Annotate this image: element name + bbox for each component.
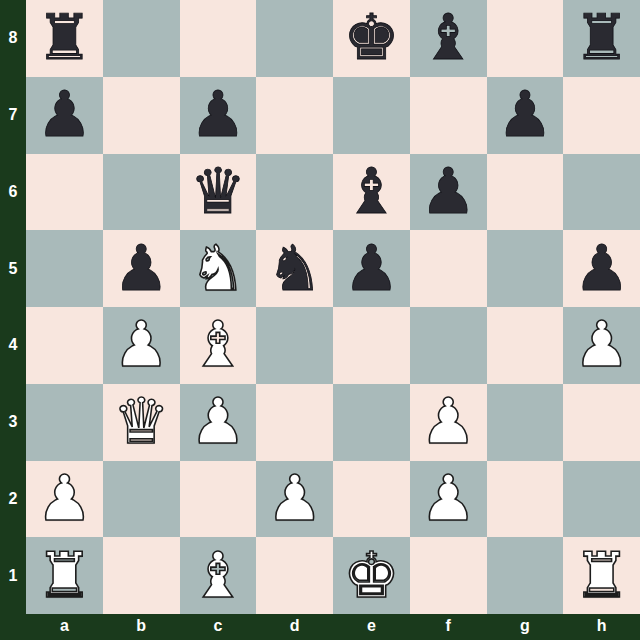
rank-label-1: 1 [0, 537, 26, 614]
square-f3[interactable]: ♟ [410, 384, 487, 461]
black-pawn: ♟ [420, 154, 476, 230]
white-bishop: ♝ [190, 538, 246, 614]
white-queen: ♛ [113, 384, 169, 460]
square-g6[interactable] [487, 154, 564, 231]
black-bishop: ♝ [420, 0, 476, 76]
black-rook: ♜ [36, 0, 92, 76]
rank-label-5: 5 [0, 230, 26, 307]
white-pawn: ♟ [113, 307, 169, 383]
square-h8[interactable]: ♜ [563, 0, 640, 77]
square-a1[interactable]: ♜ [26, 537, 103, 614]
square-f7[interactable] [410, 77, 487, 154]
black-king: ♚ [343, 0, 399, 76]
square-h1[interactable]: ♜ [563, 537, 640, 614]
square-f1[interactable] [410, 537, 487, 614]
square-e3[interactable] [333, 384, 410, 461]
square-e6[interactable]: ♝ [333, 154, 410, 231]
square-e4[interactable] [333, 307, 410, 384]
square-g7[interactable]: ♟ [487, 77, 564, 154]
file-label-h: h [563, 614, 640, 640]
square-h6[interactable] [563, 154, 640, 231]
black-bishop: ♝ [343, 154, 399, 230]
square-a5[interactable] [26, 230, 103, 307]
square-g5[interactable] [487, 230, 564, 307]
square-e8[interactable]: ♚ [333, 0, 410, 77]
square-f8[interactable]: ♝ [410, 0, 487, 77]
rank-labels: 87654321 [0, 0, 26, 614]
square-c2[interactable] [180, 461, 257, 538]
white-pawn: ♟ [36, 461, 92, 537]
square-a7[interactable]: ♟ [26, 77, 103, 154]
white-rook: ♜ [36, 538, 92, 614]
square-h7[interactable] [563, 77, 640, 154]
square-h4[interactable]: ♟ [563, 307, 640, 384]
rank-label-6: 6 [0, 154, 26, 231]
square-d4[interactable] [256, 307, 333, 384]
white-bishop: ♝ [190, 307, 246, 383]
square-b1[interactable] [103, 537, 180, 614]
square-b2[interactable] [103, 461, 180, 538]
square-g1[interactable] [487, 537, 564, 614]
square-c7[interactable]: ♟ [180, 77, 257, 154]
square-h5[interactable]: ♟ [563, 230, 640, 307]
square-c1[interactable]: ♝ [180, 537, 257, 614]
square-a3[interactable] [26, 384, 103, 461]
file-label-c: c [180, 614, 257, 640]
square-g4[interactable] [487, 307, 564, 384]
square-a4[interactable] [26, 307, 103, 384]
square-c8[interactable] [180, 0, 257, 77]
file-labels: abcdefgh [26, 614, 640, 640]
square-d3[interactable] [256, 384, 333, 461]
square-h3[interactable] [563, 384, 640, 461]
square-d5[interactable]: ♞ [256, 230, 333, 307]
square-f2[interactable]: ♟ [410, 461, 487, 538]
square-d1[interactable] [256, 537, 333, 614]
white-king: ♚ [343, 538, 399, 614]
black-pawn: ♟ [190, 77, 246, 153]
chessboard-frame: 87654321 ♜♚♝♜♟♟♟♛♝♟♟♞♞♟♟♟♝♟♛♟♟♟♟♟♜♝♚♜ ab… [0, 0, 640, 640]
white-pawn: ♟ [266, 461, 322, 537]
file-label-d: d [256, 614, 333, 640]
square-b7[interactable] [103, 77, 180, 154]
black-rook: ♜ [573, 0, 629, 76]
square-d8[interactable] [256, 0, 333, 77]
square-a2[interactable]: ♟ [26, 461, 103, 538]
black-pawn: ♟ [36, 77, 92, 153]
rank-label-2: 2 [0, 461, 26, 538]
black-pawn: ♟ [343, 231, 399, 307]
rank-label-7: 7 [0, 77, 26, 154]
square-h2[interactable] [563, 461, 640, 538]
square-c6[interactable]: ♛ [180, 154, 257, 231]
square-d7[interactable] [256, 77, 333, 154]
rank-label-8: 8 [0, 0, 26, 77]
square-e1[interactable]: ♚ [333, 537, 410, 614]
square-b4[interactable]: ♟ [103, 307, 180, 384]
black-knight: ♞ [266, 231, 322, 307]
white-pawn: ♟ [190, 384, 246, 460]
file-label-a: a [26, 614, 103, 640]
black-pawn: ♟ [573, 231, 629, 307]
white-pawn: ♟ [420, 384, 476, 460]
square-b3[interactable]: ♛ [103, 384, 180, 461]
white-pawn: ♟ [573, 307, 629, 383]
square-f6[interactable]: ♟ [410, 154, 487, 231]
square-d6[interactable] [256, 154, 333, 231]
square-g2[interactable] [487, 461, 564, 538]
square-g8[interactable] [487, 0, 564, 77]
square-c4[interactable]: ♝ [180, 307, 257, 384]
file-label-f: f [410, 614, 487, 640]
white-rook: ♜ [573, 538, 629, 614]
square-d2[interactable]: ♟ [256, 461, 333, 538]
file-label-e: e [333, 614, 410, 640]
square-e2[interactable] [333, 461, 410, 538]
black-queen: ♛ [190, 154, 246, 230]
black-pawn: ♟ [497, 77, 553, 153]
board: ♜♚♝♜♟♟♟♛♝♟♟♞♞♟♟♟♝♟♛♟♟♟♟♟♜♝♚♜ [26, 0, 640, 614]
file-label-b: b [103, 614, 180, 640]
black-pawn: ♟ [113, 231, 169, 307]
square-e7[interactable] [333, 77, 410, 154]
square-c5[interactable]: ♞ [180, 230, 257, 307]
square-e5[interactable]: ♟ [333, 230, 410, 307]
square-a8[interactable]: ♜ [26, 0, 103, 77]
white-knight: ♞ [190, 231, 246, 307]
square-b6[interactable] [103, 154, 180, 231]
rank-label-4: 4 [0, 307, 26, 384]
file-label-g: g [487, 614, 564, 640]
square-c3[interactable]: ♟ [180, 384, 257, 461]
square-a6[interactable] [26, 154, 103, 231]
white-pawn: ♟ [420, 461, 476, 537]
square-f5[interactable] [410, 230, 487, 307]
square-f4[interactable] [410, 307, 487, 384]
square-b8[interactable] [103, 0, 180, 77]
square-b5[interactable]: ♟ [103, 230, 180, 307]
square-g3[interactable] [487, 384, 564, 461]
rank-label-3: 3 [0, 384, 26, 461]
